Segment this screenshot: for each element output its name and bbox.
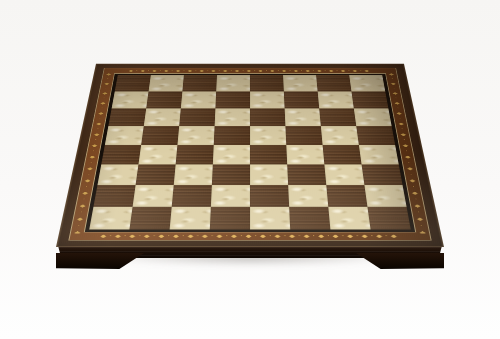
inlay-border: ◆·◆·◆·◆·◆·◆·◆·◆·◆·◆·◆·◆·◆·◆·◆·◆·◆·◆·◆·◆·…	[68, 68, 431, 241]
square-e6[interactable]	[250, 108, 285, 126]
playing-area-border	[84, 73, 416, 232]
square-f2[interactable]	[288, 185, 328, 207]
square-a3[interactable]	[97, 164, 138, 185]
square-g8[interactable]	[316, 75, 351, 91]
square-h1[interactable]	[367, 207, 410, 230]
square-a7[interactable]	[112, 91, 149, 108]
square-f1[interactable]	[289, 207, 330, 230]
square-d6[interactable]	[215, 108, 250, 126]
square-g5[interactable]	[321, 126, 359, 145]
square-b4[interactable]	[138, 145, 177, 165]
square-d2[interactable]	[211, 185, 250, 207]
square-c2[interactable]	[172, 185, 212, 207]
board-grid	[89, 75, 411, 229]
square-c7[interactable]	[181, 91, 216, 108]
square-f6[interactable]	[285, 108, 321, 126]
square-e5[interactable]	[250, 126, 286, 145]
square-e2[interactable]	[250, 185, 289, 207]
square-h8[interactable]	[349, 75, 385, 91]
board-frame: ◆·◆·◆·◆·◆·◆·◆·◆·◆·◆·◆·◆·◆·◆·◆·◆·◆·◆·◆·◆·…	[56, 64, 444, 247]
square-a6[interactable]	[108, 108, 146, 126]
square-e1[interactable]	[250, 207, 290, 230]
square-b7[interactable]	[146, 91, 182, 108]
square-f8[interactable]	[283, 75, 318, 91]
square-d7[interactable]	[215, 91, 250, 108]
square-h4[interactable]	[359, 145, 399, 165]
square-a1[interactable]	[89, 207, 132, 230]
square-f4[interactable]	[286, 145, 324, 165]
square-a2[interactable]	[93, 185, 135, 207]
square-d3[interactable]	[212, 164, 250, 185]
square-d8[interactable]	[216, 75, 250, 91]
square-e8[interactable]	[250, 75, 284, 91]
square-b6[interactable]	[144, 108, 181, 126]
square-b3[interactable]	[136, 164, 176, 185]
square-f3[interactable]	[287, 164, 326, 185]
square-g2[interactable]	[326, 185, 367, 207]
square-d1[interactable]	[210, 207, 250, 230]
square-h6[interactable]	[354, 108, 392, 126]
square-g4[interactable]	[323, 145, 362, 165]
diamond-inlay-motif-band-bottom: ◆·◆·◆·◆·◆·◆·◆·◆·◆·◆·◆·◆·◆·◆·◆·◆·◆·◆·◆·◆·…	[81, 232, 418, 240]
square-e4[interactable]	[250, 145, 287, 165]
square-e7[interactable]	[250, 91, 285, 108]
photo-background: ◆·◆·◆·◆·◆·◆·◆·◆·◆·◆·◆·◆·◆·◆·◆·◆·◆·◆·◆·◆·…	[0, 0, 500, 339]
square-a5[interactable]	[105, 126, 144, 145]
square-d4[interactable]	[213, 145, 250, 165]
square-c1[interactable]	[170, 207, 211, 230]
square-b2[interactable]	[133, 185, 174, 207]
square-c6[interactable]	[179, 108, 215, 126]
square-f5[interactable]	[285, 126, 322, 145]
square-g6[interactable]	[319, 108, 356, 126]
square-c4[interactable]	[176, 145, 214, 165]
square-f7[interactable]	[284, 91, 319, 108]
square-c5[interactable]	[177, 126, 214, 145]
square-e3[interactable]	[250, 164, 288, 185]
square-a4[interactable]	[101, 145, 141, 165]
chessboard: ◆·◆·◆·◆·◆·◆·◆·◆·◆·◆·◆·◆·◆·◆·◆·◆·◆·◆·◆·◆·…	[56, 64, 444, 247]
square-b5[interactable]	[141, 126, 179, 145]
square-h2[interactable]	[364, 185, 406, 207]
square-b8[interactable]	[149, 75, 184, 91]
square-g7[interactable]	[318, 91, 354, 108]
square-g1[interactable]	[328, 207, 370, 230]
square-c3[interactable]	[174, 164, 213, 185]
square-a8[interactable]	[115, 75, 151, 91]
square-h3[interactable]	[362, 164, 403, 185]
square-c8[interactable]	[182, 75, 217, 91]
square-h5[interactable]	[356, 126, 395, 145]
square-h7[interactable]	[351, 91, 388, 108]
square-g3[interactable]	[324, 164, 364, 185]
square-b1[interactable]	[129, 207, 171, 230]
square-d5[interactable]	[214, 126, 250, 145]
